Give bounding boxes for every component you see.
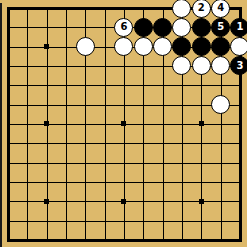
stone-white[interactable] xyxy=(134,37,153,56)
stone-white[interactable] xyxy=(172,56,191,75)
stone-black[interactable] xyxy=(192,18,211,37)
stone-black[interactable] xyxy=(192,37,211,56)
stone-white[interactable]: 2 xyxy=(192,0,211,18)
stone-white[interactable] xyxy=(114,37,133,56)
stone-black[interactable] xyxy=(153,18,172,37)
go-board-diagram: 246513 xyxy=(0,0,247,247)
stone-white[interactable] xyxy=(172,0,191,18)
move-number-label: 3 xyxy=(236,61,243,71)
stone-white[interactable] xyxy=(211,95,230,114)
stone-white[interactable] xyxy=(76,37,95,56)
stone-black[interactable] xyxy=(134,18,153,37)
stone-white[interactable] xyxy=(211,56,230,75)
stone-white[interactable]: 4 xyxy=(211,0,230,18)
stone-black[interactable]: 5 xyxy=(211,18,230,37)
stone-black[interactable]: 1 xyxy=(230,18,247,37)
stone-black[interactable] xyxy=(172,37,191,56)
move-number-label: 4 xyxy=(217,3,224,13)
move-number-label: 1 xyxy=(236,22,243,32)
stone-white[interactable] xyxy=(192,56,211,75)
stone-white[interactable] xyxy=(230,37,247,56)
stone-black[interactable] xyxy=(211,37,230,56)
stone-white[interactable]: 6 xyxy=(114,18,133,37)
move-number-label: 6 xyxy=(120,22,127,32)
stone-white[interactable] xyxy=(153,37,172,56)
move-number-label: 2 xyxy=(198,3,205,13)
go-board[interactable]: 246513 xyxy=(0,0,247,247)
move-number-label: 5 xyxy=(217,22,224,32)
stone-white[interactable] xyxy=(172,18,191,37)
stone-black[interactable]: 3 xyxy=(230,56,247,75)
